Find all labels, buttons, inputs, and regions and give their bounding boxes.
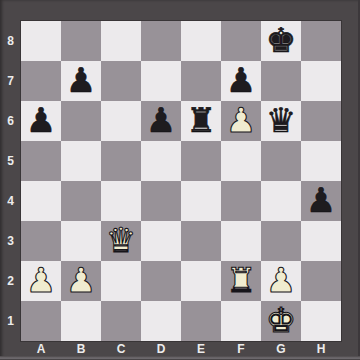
white-rook[interactable]: ♜	[226, 261, 256, 300]
square-b7[interactable]: ♟	[61, 61, 101, 101]
square-e1[interactable]	[181, 301, 221, 341]
chess-diagram: 87654321 ♚♟♟♟♟♜♟♛♟♛♟♟♜♟♚ ABCDEFGH	[0, 0, 360, 360]
square-c7[interactable]	[101, 61, 141, 101]
rank-label-5: 5	[0, 141, 21, 181]
file-label-e: E	[181, 341, 221, 357]
square-b2[interactable]: ♟	[61, 261, 101, 301]
black-rook[interactable]: ♜	[186, 101, 216, 140]
black-queen[interactable]: ♛	[266, 101, 296, 140]
square-c3[interactable]: ♛	[101, 221, 141, 261]
square-b8[interactable]	[61, 21, 101, 61]
square-h4[interactable]: ♟	[301, 181, 341, 221]
square-d3[interactable]	[141, 221, 181, 261]
square-a2[interactable]: ♟	[21, 261, 61, 301]
square-b6[interactable]	[61, 101, 101, 141]
square-f7[interactable]: ♟	[221, 61, 261, 101]
square-g8[interactable]: ♚	[261, 21, 301, 61]
square-h7[interactable]	[301, 61, 341, 101]
square-e7[interactable]	[181, 61, 221, 101]
rank-label-3: 3	[0, 221, 21, 261]
square-c8[interactable]	[101, 21, 141, 61]
file-labels: ABCDEFGH	[21, 341, 341, 357]
square-b4[interactable]	[61, 181, 101, 221]
square-a1[interactable]	[21, 301, 61, 341]
chess-board: ♚♟♟♟♟♜♟♛♟♛♟♟♜♟♚	[21, 21, 341, 341]
black-pawn[interactable]: ♟	[306, 181, 336, 220]
square-d7[interactable]	[141, 61, 181, 101]
black-pawn[interactable]: ♟	[226, 61, 256, 100]
file-label-f: F	[221, 341, 261, 357]
square-b1[interactable]	[61, 301, 101, 341]
square-f2[interactable]: ♜	[221, 261, 261, 301]
square-b3[interactable]	[61, 221, 101, 261]
square-d1[interactable]	[141, 301, 181, 341]
white-pawn[interactable]: ♟	[266, 261, 296, 300]
square-c6[interactable]	[101, 101, 141, 141]
file-label-c: C	[101, 341, 141, 357]
square-b5[interactable]	[61, 141, 101, 181]
black-king[interactable]: ♚	[266, 21, 296, 60]
square-g6[interactable]: ♛	[261, 101, 301, 141]
square-g4[interactable]	[261, 181, 301, 221]
file-label-a: A	[21, 341, 61, 357]
file-label-b: B	[61, 341, 101, 357]
square-h2[interactable]	[301, 261, 341, 301]
square-a3[interactable]	[21, 221, 61, 261]
rank-label-1: 1	[0, 301, 21, 341]
rank-label-7: 7	[0, 61, 21, 101]
square-c4[interactable]	[101, 181, 141, 221]
square-e3[interactable]	[181, 221, 221, 261]
square-h6[interactable]	[301, 101, 341, 141]
square-g7[interactable]	[261, 61, 301, 101]
square-d4[interactable]	[141, 181, 181, 221]
white-king[interactable]: ♚	[266, 301, 296, 340]
square-e5[interactable]	[181, 141, 221, 181]
rank-label-4: 4	[0, 181, 21, 221]
square-d8[interactable]	[141, 21, 181, 61]
square-a6[interactable]: ♟	[21, 101, 61, 141]
square-g2[interactable]: ♟	[261, 261, 301, 301]
square-d2[interactable]	[141, 261, 181, 301]
square-c1[interactable]	[101, 301, 141, 341]
square-h8[interactable]	[301, 21, 341, 61]
rank-label-8: 8	[0, 21, 21, 61]
square-g3[interactable]	[261, 221, 301, 261]
square-f6[interactable]: ♟	[221, 101, 261, 141]
rank-label-6: 6	[0, 101, 21, 141]
square-e6[interactable]: ♜	[181, 101, 221, 141]
square-f3[interactable]	[221, 221, 261, 261]
white-pawn[interactable]: ♟	[226, 101, 256, 140]
white-pawn[interactable]: ♟	[66, 261, 96, 300]
square-e8[interactable]	[181, 21, 221, 61]
rank-label-2: 2	[0, 261, 21, 301]
square-d5[interactable]	[141, 141, 181, 181]
rank-labels: 87654321	[0, 21, 21, 341]
file-label-h: H	[301, 341, 341, 357]
file-label-g: G	[261, 341, 301, 357]
white-queen[interactable]: ♛	[106, 221, 136, 260]
square-f4[interactable]	[221, 181, 261, 221]
square-h5[interactable]	[301, 141, 341, 181]
square-f1[interactable]	[221, 301, 261, 341]
chess-board-frame: 87654321 ♚♟♟♟♟♜♟♛♟♛♟♟♜♟♚ ABCDEFGH	[0, 0, 360, 360]
square-g5[interactable]	[261, 141, 301, 181]
square-c5[interactable]	[101, 141, 141, 181]
square-h1[interactable]	[301, 301, 341, 341]
square-a7[interactable]	[21, 61, 61, 101]
black-pawn[interactable]: ♟	[26, 101, 56, 140]
square-a4[interactable]	[21, 181, 61, 221]
square-f5[interactable]	[221, 141, 261, 181]
square-a8[interactable]	[21, 21, 61, 61]
square-e2[interactable]	[181, 261, 221, 301]
square-a5[interactable]	[21, 141, 61, 181]
square-h3[interactable]	[301, 221, 341, 261]
square-g1[interactable]: ♚	[261, 301, 301, 341]
square-c2[interactable]	[101, 261, 141, 301]
square-d6[interactable]: ♟	[141, 101, 181, 141]
white-pawn[interactable]: ♟	[26, 261, 56, 300]
black-pawn[interactable]: ♟	[66, 61, 96, 100]
black-pawn[interactable]: ♟	[146, 101, 176, 140]
file-label-d: D	[141, 341, 181, 357]
square-f8[interactable]	[221, 21, 261, 61]
square-e4[interactable]	[181, 181, 221, 221]
